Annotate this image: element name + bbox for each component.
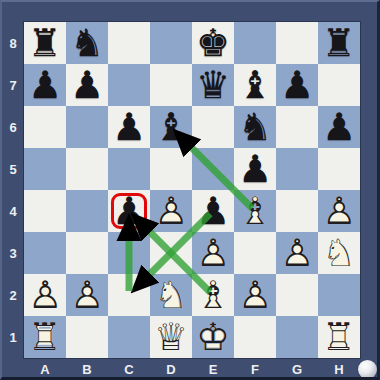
square-e5[interactable]: [192, 148, 234, 190]
square-c5[interactable]: [108, 148, 150, 190]
square-f7[interactable]: ♝: [234, 64, 276, 106]
square-e4[interactable]: ♟: [192, 190, 234, 232]
square-b5[interactable]: [66, 148, 108, 190]
square-b2[interactable]: ♟♙: [66, 274, 108, 316]
square-h2[interactable]: [318, 274, 360, 316]
piece-fill: ♛: [150, 316, 192, 358]
square-a2[interactable]: ♟♙: [24, 274, 66, 316]
rank-label-3: 3: [2, 232, 24, 274]
file-label-A: A: [24, 359, 66, 379]
square-e2[interactable]: ♝♗: [192, 274, 234, 316]
piece-fill: ♟: [318, 190, 360, 232]
square-a7[interactable]: ♟: [24, 64, 66, 106]
piece-fill: ♝: [234, 190, 276, 232]
square-h8[interactable]: ♜: [318, 22, 360, 64]
piece-black-pawn[interactable]: ♟: [108, 106, 150, 148]
square-c6[interactable]: ♟: [108, 106, 150, 148]
square-h6[interactable]: ♟: [318, 106, 360, 148]
piece-white-pawn[interactable]: ♙: [66, 274, 108, 316]
square-c1[interactable]: [108, 316, 150, 358]
square-g1[interactable]: [276, 316, 318, 358]
square-d6[interactable]: ♝: [150, 106, 192, 148]
square-f3[interactable]: [234, 232, 276, 274]
piece-black-pawn[interactable]: ♟: [108, 190, 150, 232]
file-label-H: H: [318, 359, 360, 379]
square-d2[interactable]: ♞♘: [150, 274, 192, 316]
square-f6[interactable]: ♞: [234, 106, 276, 148]
square-g3[interactable]: ♟♙: [276, 232, 318, 274]
square-g6[interactable]: [276, 106, 318, 148]
square-h7[interactable]: [318, 64, 360, 106]
rank-labels: 87654321: [2, 22, 24, 358]
square-a6[interactable]: [24, 106, 66, 148]
piece-fill: ♟: [234, 274, 276, 316]
square-e3[interactable]: ♟♙: [192, 232, 234, 274]
chess-board: ♜♞♚♜♟♟♛♝♟♟♝♞♟♟♟♟♙♟♝♗♟♙♟♙♟♙♞♘♟♙♟♙♞♘♝♗♟♙♜♖…: [24, 22, 360, 358]
square-e6[interactable]: [192, 106, 234, 148]
piece-white-pawn[interactable]: ♙: [276, 232, 318, 274]
square-f2[interactable]: ♟♙: [234, 274, 276, 316]
square-e8[interactable]: ♚: [192, 22, 234, 64]
piece-fill: ♚: [192, 316, 234, 358]
square-b1[interactable]: [66, 316, 108, 358]
piece-fill: ♟: [24, 274, 66, 316]
square-h3[interactable]: ♞♘: [318, 232, 360, 274]
piece-white-pawn[interactable]: ♙: [318, 190, 360, 232]
square-b8[interactable]: ♞: [66, 22, 108, 64]
piece-black-pawn[interactable]: ♟: [24, 64, 66, 106]
piece-black-rook[interactable]: ♜: [318, 22, 360, 64]
piece-black-rook[interactable]: ♜: [24, 22, 66, 64]
square-c8[interactable]: [108, 22, 150, 64]
piece-fill: ♞: [150, 274, 192, 316]
piece-fill: ♟: [150, 190, 192, 232]
piece-white-bishop[interactable]: ♗: [192, 274, 234, 316]
piece-white-rook[interactable]: ♖: [24, 316, 66, 358]
square-a5[interactable]: [24, 148, 66, 190]
piece-black-king[interactable]: ♚: [192, 22, 234, 64]
square-a4[interactable]: [24, 190, 66, 232]
piece-white-bishop[interactable]: ♗: [234, 190, 276, 232]
file-label-B: B: [66, 359, 108, 379]
piece-black-pawn[interactable]: ♟: [192, 190, 234, 232]
rank-label-6: 6: [2, 106, 24, 148]
piece-white-knight[interactable]: ♘: [150, 274, 192, 316]
square-d5[interactable]: [150, 148, 192, 190]
square-c2[interactable]: [108, 274, 150, 316]
square-d8[interactable]: [150, 22, 192, 64]
file-label-G: G: [276, 359, 318, 379]
square-d3[interactable]: [150, 232, 192, 274]
square-f5[interactable]: ♟: [234, 148, 276, 190]
square-b4[interactable]: [66, 190, 108, 232]
square-f4[interactable]: ♝♗: [234, 190, 276, 232]
square-a8[interactable]: ♜: [24, 22, 66, 64]
piece-black-bishop[interactable]: ♝: [234, 64, 276, 106]
square-c3[interactable]: [108, 232, 150, 274]
white-to-move-indicator: [358, 360, 377, 379]
piece-fill: ♟: [66, 274, 108, 316]
piece-fill: ♟: [192, 232, 234, 274]
square-e7[interactable]: ♛: [192, 64, 234, 106]
piece-black-pawn[interactable]: ♟: [234, 148, 276, 190]
file-label-F: F: [234, 359, 276, 379]
piece-black-knight[interactable]: ♞: [66, 22, 108, 64]
square-g2[interactable]: [276, 274, 318, 316]
piece-fill: ♞: [318, 232, 360, 274]
square-a1[interactable]: ♜♖: [24, 316, 66, 358]
piece-black-pawn[interactable]: ♟: [66, 64, 108, 106]
square-f1[interactable]: [234, 316, 276, 358]
piece-white-pawn[interactable]: ♙: [234, 274, 276, 316]
piece-fill: ♝: [192, 274, 234, 316]
rank-label-8: 8: [2, 22, 24, 64]
piece-fill: ♜: [318, 316, 360, 358]
piece-white-pawn[interactable]: ♙: [24, 274, 66, 316]
square-g5[interactable]: [276, 148, 318, 190]
file-labels: ABCDEFGH: [24, 359, 360, 379]
piece-white-rook[interactable]: ♖: [318, 316, 360, 358]
square-a3[interactable]: [24, 232, 66, 274]
square-f8[interactable]: [234, 22, 276, 64]
file-label-C: C: [108, 359, 150, 379]
piece-black-bishop[interactable]: ♝: [150, 106, 192, 148]
file-label-D: D: [150, 359, 192, 379]
square-b7[interactable]: ♟: [66, 64, 108, 106]
piece-black-pawn[interactable]: ♟: [318, 106, 360, 148]
square-d1[interactable]: ♛♕: [150, 316, 192, 358]
rank-label-1: 1: [2, 316, 24, 358]
piece-black-knight[interactable]: ♞: [234, 106, 276, 148]
square-c4[interactable]: ♟: [108, 190, 150, 232]
piece-white-pawn[interactable]: ♙: [150, 190, 192, 232]
file-label-E: E: [192, 359, 234, 379]
square-h5[interactable]: [318, 148, 360, 190]
square-g8[interactable]: [276, 22, 318, 64]
piece-black-queen[interactable]: ♛: [192, 64, 234, 106]
square-g4[interactable]: [276, 190, 318, 232]
square-h1[interactable]: ♜♖: [318, 316, 360, 358]
square-b6[interactable]: [66, 106, 108, 148]
rank-label-2: 2: [2, 274, 24, 316]
piece-white-king[interactable]: ♔: [192, 316, 234, 358]
rank-label-7: 7: [2, 64, 24, 106]
rank-label-5: 5: [2, 148, 24, 190]
square-e1[interactable]: ♚♔: [192, 316, 234, 358]
piece-white-queen[interactable]: ♕: [150, 316, 192, 358]
rank-label-4: 4: [2, 190, 24, 232]
piece-fill: ♟: [276, 232, 318, 274]
square-h4[interactable]: ♟♙: [318, 190, 360, 232]
square-b3[interactable]: [66, 232, 108, 274]
piece-white-pawn[interactable]: ♙: [192, 232, 234, 274]
square-g7[interactable]: ♟: [276, 64, 318, 106]
square-c7[interactable]: [108, 64, 150, 106]
square-d7[interactable]: [150, 64, 192, 106]
piece-white-knight[interactable]: ♘: [318, 232, 360, 274]
piece-fill: ♜: [24, 316, 66, 358]
chess-board-window: 87654321 ♜♞♚♜♟♟♛♝♟♟♝♞♟♟♟♟♙♟♝♗♟♙♟♙♟♙♞♘♟♙♟…: [0, 0, 380, 380]
piece-black-pawn[interactable]: ♟: [276, 64, 318, 106]
square-d4[interactable]: ♟♙: [150, 190, 192, 232]
